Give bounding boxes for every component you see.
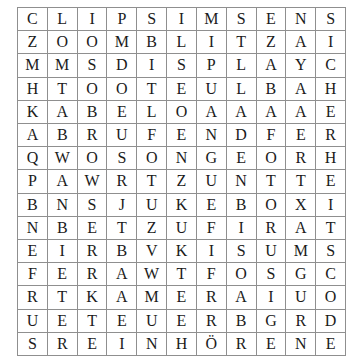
- grid-cell[interactable]: O: [257, 147, 287, 170]
- grid-cell[interactable]: O: [78, 78, 108, 101]
- grid-cell[interactable]: O: [167, 101, 197, 124]
- grid-cell[interactable]: H: [316, 78, 346, 101]
- grid-cell[interactable]: E: [78, 333, 108, 356]
- grid-cell[interactable]: B: [48, 124, 78, 147]
- grid-cell[interactable]: N: [197, 124, 227, 147]
- grid-cell[interactable]: T: [286, 170, 316, 193]
- grid-cell[interactable]: B: [48, 217, 78, 240]
- grid-cell[interactable]: M: [48, 54, 78, 77]
- grid-cell[interactable]: L: [137, 101, 167, 124]
- grid-cell[interactable]: R: [78, 124, 108, 147]
- grid-cell[interactable]: M: [18, 54, 48, 77]
- grid-cell[interactable]: F: [197, 263, 227, 286]
- grid-cell[interactable]: E: [107, 101, 137, 124]
- grid-cell[interactable]: T: [227, 31, 257, 54]
- grid-cell[interactable]: E: [286, 124, 316, 147]
- grid-cell[interactable]: P: [197, 54, 227, 77]
- grid-cell[interactable]: E: [167, 78, 197, 101]
- grid-cell[interactable]: R: [316, 124, 346, 147]
- grid-cell[interactable]: O: [107, 78, 137, 101]
- grid-cell[interactable]: D: [107, 54, 137, 77]
- grid-cell[interactable]: Z: [257, 31, 287, 54]
- grid-cell[interactable]: S: [316, 240, 346, 263]
- grid-cell[interactable]: B: [257, 78, 287, 101]
- grid-cell[interactable]: O: [78, 147, 108, 170]
- grid-cell[interactable]: N: [227, 170, 257, 193]
- grid-cell[interactable]: I: [257, 286, 287, 309]
- grid-cell[interactable]: T: [48, 286, 78, 309]
- grid-cell[interactable]: B: [227, 310, 257, 333]
- grid-cell[interactable]: E: [316, 333, 346, 356]
- grid-cell[interactable]: K: [167, 240, 197, 263]
- grid-cell[interactable]: A: [48, 101, 78, 124]
- grid-cell[interactable]: J: [107, 194, 137, 217]
- grid-cell[interactable]: W: [48, 147, 78, 170]
- word-search-page: CLIPSIMSENSZOOMBLITZAIMMSDISPLAYCHTOOTEU…: [0, 0, 362, 364]
- grid-cell[interactable]: A: [197, 101, 227, 124]
- grid-cell[interactable]: N: [286, 8, 316, 31]
- grid-cell[interactable]: R: [286, 147, 316, 170]
- grid-cell[interactable]: I: [227, 217, 257, 240]
- grid-cell[interactable]: G: [197, 147, 227, 170]
- grid-cell[interactable]: U: [18, 310, 48, 333]
- grid-cell[interactable]: E: [316, 101, 346, 124]
- grid-cell[interactable]: M: [137, 286, 167, 309]
- grid-cell[interactable]: N: [18, 217, 48, 240]
- grid-cell[interactable]: X: [286, 194, 316, 217]
- grid-cell[interactable]: E: [257, 333, 287, 356]
- grid-cell[interactable]: W: [78, 170, 108, 193]
- grid-cell[interactable]: C: [316, 54, 346, 77]
- grid-cell[interactable]: M: [107, 31, 137, 54]
- grid-cell[interactable]: V: [137, 240, 167, 263]
- grid-cell[interactable]: R: [286, 310, 316, 333]
- grid-cell[interactable]: H: [167, 333, 197, 356]
- grid-cell[interactable]: L: [167, 31, 197, 54]
- grid-cell[interactable]: U: [137, 310, 167, 333]
- grid-cell[interactable]: A: [286, 101, 316, 124]
- grid-cell[interactable]: Y: [286, 54, 316, 77]
- grid-cell[interactable]: I: [197, 31, 227, 54]
- grid-cell[interactable]: E: [18, 240, 48, 263]
- grid-cell[interactable]: A: [286, 78, 316, 101]
- grid-cell[interactable]: L: [227, 54, 257, 77]
- grid-cell[interactable]: E: [197, 194, 227, 217]
- grid-cell[interactable]: R: [78, 240, 108, 263]
- grid-cell[interactable]: S: [316, 8, 346, 31]
- grid-cell[interactable]: E: [167, 124, 197, 147]
- grid-cell[interactable]: U: [197, 170, 227, 193]
- grid-cell[interactable]: I: [107, 333, 137, 356]
- grid-cell[interactable]: H: [18, 78, 48, 101]
- grid-cell[interactable]: T: [137, 170, 167, 193]
- grid-cell[interactable]: A: [48, 170, 78, 193]
- grid-cell[interactable]: Ö: [197, 333, 227, 356]
- grid-cell[interactable]: B: [227, 194, 257, 217]
- grid-cell[interactable]: E: [48, 263, 78, 286]
- grid-cell[interactable]: M: [197, 8, 227, 31]
- grid-cell[interactable]: E: [107, 310, 137, 333]
- grid-cell[interactable]: T: [48, 78, 78, 101]
- grid-cell[interactable]: U: [167, 217, 197, 240]
- grid-cell[interactable]: B: [78, 101, 108, 124]
- grid-cell[interactable]: A: [257, 101, 287, 124]
- grid-cell[interactable]: L: [48, 8, 78, 31]
- grid-cell[interactable]: A: [227, 101, 257, 124]
- grid-cell[interactable]: S: [18, 333, 48, 356]
- grid-cell[interactable]: I: [48, 240, 78, 263]
- grid-cell[interactable]: O: [48, 31, 78, 54]
- grid-cell[interactable]: K: [78, 286, 108, 309]
- grid-cell[interactable]: U: [197, 78, 227, 101]
- grid-cell[interactable]: P: [18, 170, 48, 193]
- word-search-grid: CLIPSIMSENSZOOMBLITZAIMMSDISPLAYCHTOOTEU…: [17, 7, 346, 356]
- grid-cell[interactable]: Z: [137, 217, 167, 240]
- grid-cell[interactable]: S: [137, 8, 167, 31]
- grid-cell[interactable]: E: [78, 217, 108, 240]
- grid-cell[interactable]: R: [197, 310, 227, 333]
- grid-cell[interactable]: R: [197, 286, 227, 309]
- grid-cell[interactable]: R: [227, 333, 257, 356]
- grid-cell[interactable]: U: [257, 240, 287, 263]
- grid-cell[interactable]: T: [167, 263, 197, 286]
- grid-cell[interactable]: B: [107, 240, 137, 263]
- grid-cell[interactable]: S: [167, 54, 197, 77]
- grid-cell[interactable]: D: [316, 310, 346, 333]
- grid-cell[interactable]: M: [286, 240, 316, 263]
- grid-cell[interactable]: I: [316, 194, 346, 217]
- grid-cell[interactable]: R: [48, 333, 78, 356]
- grid-cell[interactable]: T: [137, 78, 167, 101]
- grid-cell[interactable]: G: [286, 263, 316, 286]
- grid-cell[interactable]: G: [257, 310, 287, 333]
- grid-cell[interactable]: T: [78, 310, 108, 333]
- grid-cell[interactable]: K: [167, 194, 197, 217]
- grid-cell[interactable]: N: [48, 194, 78, 217]
- grid-cell[interactable]: S: [227, 8, 257, 31]
- grid-cell[interactable]: E: [167, 310, 197, 333]
- grid-cell[interactable]: O: [316, 286, 346, 309]
- grid-cell[interactable]: O: [78, 31, 108, 54]
- grid-cell[interactable]: N: [137, 333, 167, 356]
- grid-cell[interactable]: Q: [18, 147, 48, 170]
- grid-cell[interactable]: O: [137, 147, 167, 170]
- grid-cell[interactable]: I: [167, 8, 197, 31]
- grid-cell[interactable]: R: [257, 217, 287, 240]
- grid-cell[interactable]: T: [316, 217, 346, 240]
- grid-cell[interactable]: Z: [167, 170, 197, 193]
- grid-cell[interactable]: A: [18, 124, 48, 147]
- grid-cell[interactable]: R: [18, 286, 48, 309]
- grid-cell[interactable]: S: [78, 194, 108, 217]
- grid-cell[interactable]: E: [227, 147, 257, 170]
- grid-cell[interactable]: W: [137, 263, 167, 286]
- grid-cell[interactable]: N: [167, 147, 197, 170]
- grid-cell[interactable]: E: [167, 286, 197, 309]
- grid-cell[interactable]: A: [257, 54, 287, 77]
- grid-cell[interactable]: E: [257, 8, 287, 31]
- grid-cell[interactable]: F: [197, 217, 227, 240]
- grid-cell[interactable]: S: [227, 240, 257, 263]
- grid-cell[interactable]: U: [286, 286, 316, 309]
- grid-cell[interactable]: K: [18, 101, 48, 124]
- grid-cell[interactable]: I: [316, 31, 346, 54]
- grid-cell[interactable]: E: [316, 170, 346, 193]
- grid-cell[interactable]: Z: [18, 31, 48, 54]
- grid-cell[interactable]: O: [227, 263, 257, 286]
- grid-cell[interactable]: C: [18, 8, 48, 31]
- grid-cell[interactable]: S: [107, 147, 137, 170]
- grid-cell[interactable]: I: [137, 54, 167, 77]
- grid-cell[interactable]: B: [18, 194, 48, 217]
- grid-cell[interactable]: F: [18, 263, 48, 286]
- grid-cell[interactable]: E: [48, 310, 78, 333]
- grid-cell[interactable]: P: [107, 8, 137, 31]
- grid-cell[interactable]: T: [257, 170, 287, 193]
- grid-cell[interactable]: H: [316, 147, 346, 170]
- grid-cell[interactable]: N: [286, 333, 316, 356]
- grid-cell[interactable]: L: [227, 78, 257, 101]
- grid-cell[interactable]: S: [78, 54, 108, 77]
- grid-cell[interactable]: U: [107, 124, 137, 147]
- grid-cell[interactable]: R: [78, 263, 108, 286]
- grid-cell[interactable]: A: [107, 286, 137, 309]
- grid-cell[interactable]: A: [107, 263, 137, 286]
- grid-cell[interactable]: R: [107, 170, 137, 193]
- grid-cell[interactable]: F: [257, 124, 287, 147]
- grid-cell[interactable]: T: [107, 217, 137, 240]
- grid-cell[interactable]: O: [257, 194, 287, 217]
- grid-cell[interactable]: A: [286, 217, 316, 240]
- grid-cell[interactable]: D: [227, 124, 257, 147]
- grid-cell[interactable]: I: [78, 8, 108, 31]
- grid-cell[interactable]: A: [227, 286, 257, 309]
- grid-cell[interactable]: I: [197, 240, 227, 263]
- grid-cell[interactable]: F: [137, 124, 167, 147]
- grid-cell[interactable]: U: [137, 194, 167, 217]
- grid-cell[interactable]: C: [316, 263, 346, 286]
- grid-cell[interactable]: A: [286, 31, 316, 54]
- grid-cell[interactable]: S: [257, 263, 287, 286]
- grid-cell[interactable]: B: [137, 31, 167, 54]
